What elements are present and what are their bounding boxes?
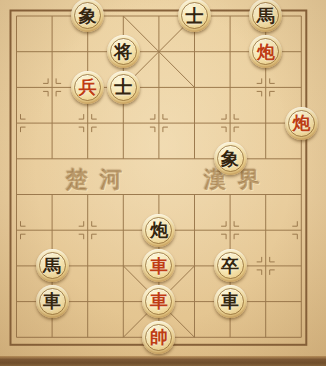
piece-glyph: 炮	[150, 221, 168, 239]
piece-black-advisor[interactable]: 士	[107, 71, 140, 104]
piece-glyph: 車	[150, 292, 168, 310]
piece-black-chariot[interactable]: 車	[36, 285, 69, 318]
piece-red-chariot[interactable]: 車	[142, 285, 175, 318]
xiangqi-board[interactable]: 楚河 漢界 象士馬将炮兵士炮象炮馬車卒車車車帥	[0, 0, 326, 366]
piece-glyph: 炮	[292, 114, 310, 132]
piece-glyph: 士	[185, 6, 203, 24]
piece-black-cannon[interactable]: 炮	[142, 214, 175, 247]
piece-glyph: 象	[221, 149, 239, 167]
piece-glyph: 士	[114, 78, 132, 96]
piece-glyph: 馬	[43, 256, 61, 274]
piece-glyph: 車	[150, 256, 168, 274]
piece-glyph: 車	[43, 292, 61, 310]
piece-black-advisor[interactable]: 士	[178, 0, 211, 32]
piece-glyph: 将	[114, 42, 132, 60]
piece-glyph: 卒	[221, 256, 239, 274]
piece-red-general[interactable]: 帥	[142, 321, 175, 354]
piece-glyph: 兵	[79, 78, 97, 96]
piece-black-soldier[interactable]: 卒	[214, 249, 247, 282]
piece-black-general[interactable]: 将	[107, 35, 140, 68]
piece-red-soldier[interactable]: 兵	[71, 71, 104, 104]
piece-glyph: 炮	[257, 42, 275, 60]
piece-glyph: 帥	[150, 328, 168, 346]
piece-black-elephant[interactable]: 象	[71, 0, 104, 32]
piece-glyph: 象	[79, 6, 97, 24]
board-edge	[0, 356, 326, 366]
piece-black-horse[interactable]: 馬	[249, 0, 282, 32]
piece-grid[interactable]: 象士馬将炮兵士炮象炮馬車卒車車車帥	[0, 0, 319, 355]
piece-red-cannon[interactable]: 炮	[285, 107, 318, 140]
piece-red-chariot[interactable]: 車	[142, 249, 175, 282]
piece-black-elephant[interactable]: 象	[214, 142, 247, 175]
piece-black-horse[interactable]: 馬	[36, 249, 69, 282]
piece-black-chariot[interactable]: 車	[214, 285, 247, 318]
piece-glyph: 馬	[257, 6, 275, 24]
piece-red-cannon[interactable]: 炮	[249, 35, 282, 68]
piece-glyph: 車	[221, 292, 239, 310]
